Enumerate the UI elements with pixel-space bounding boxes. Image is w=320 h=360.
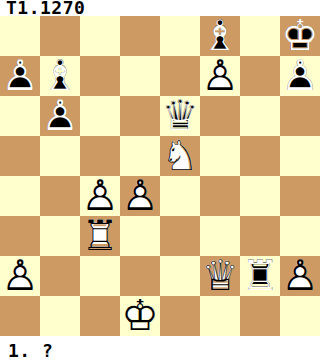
piece-fill-glyph: ♜ xyxy=(81,216,119,256)
piece-fill-glyph: ♟ xyxy=(201,56,239,96)
piece-fill-glyph: ♞ xyxy=(161,136,199,176)
square-a7[interactable]: ♟♙ xyxy=(0,56,40,96)
piece-white-pawn[interactable]: ♟♙ xyxy=(280,256,320,296)
square-g6[interactable] xyxy=(240,96,280,136)
piece-outline-glyph: ♕ xyxy=(161,96,199,136)
piece-fill-glyph: ♜ xyxy=(241,256,279,296)
square-f8[interactable]: ♝♗ xyxy=(200,16,240,56)
square-d8[interactable] xyxy=(120,16,160,56)
chess-board: ♝♗♚♔♟♙♝♗♟♙♟♙♟♙♛♕♞♘♟♙♟♙♜♖♟♙♛♕♜♖♟♙♚♔ xyxy=(0,16,320,336)
piece-outline-glyph: ♙ xyxy=(1,256,39,296)
square-b7[interactable]: ♝♗ xyxy=(40,56,80,96)
piece-white-pawn[interactable]: ♟♙ xyxy=(80,176,120,216)
piece-white-rook[interactable]: ♜♖ xyxy=(80,216,120,256)
piece-fill-glyph: ♝ xyxy=(41,56,79,96)
square-d6[interactable] xyxy=(120,96,160,136)
square-a3[interactable] xyxy=(0,216,40,256)
square-b2[interactable] xyxy=(40,256,80,296)
piece-outline-glyph: ♔ xyxy=(281,16,319,56)
piece-outline-glyph: ♙ xyxy=(81,176,119,216)
piece-outline-glyph: ♙ xyxy=(281,56,319,96)
square-d3[interactable] xyxy=(120,216,160,256)
square-a6[interactable] xyxy=(0,96,40,136)
square-h5[interactable] xyxy=(280,136,320,176)
square-h4[interactable] xyxy=(280,176,320,216)
square-d2[interactable] xyxy=(120,256,160,296)
square-c4[interactable]: ♟♙ xyxy=(80,176,120,216)
square-f4[interactable] xyxy=(200,176,240,216)
piece-fill-glyph: ♚ xyxy=(281,16,319,56)
piece-fill-glyph: ♟ xyxy=(281,256,319,296)
piece-outline-glyph: ♙ xyxy=(121,176,159,216)
square-b3[interactable] xyxy=(40,216,80,256)
square-e2[interactable] xyxy=(160,256,200,296)
square-b4[interactable] xyxy=(40,176,80,216)
square-h6[interactable] xyxy=(280,96,320,136)
piece-fill-glyph: ♟ xyxy=(81,176,119,216)
square-b6[interactable]: ♟♙ xyxy=(40,96,80,136)
piece-outline-glyph: ♕ xyxy=(201,256,239,296)
piece-black-rook[interactable]: ♜♖ xyxy=(240,256,280,296)
square-g7[interactable] xyxy=(240,56,280,96)
piece-fill-glyph: ♛ xyxy=(161,96,199,136)
square-a8[interactable] xyxy=(0,16,40,56)
piece-white-pawn[interactable]: ♟♙ xyxy=(0,256,40,296)
square-g3[interactable] xyxy=(240,216,280,256)
piece-black-pawn[interactable]: ♟♙ xyxy=(40,96,80,136)
square-g1[interactable] xyxy=(240,296,280,336)
piece-outline-glyph: ♙ xyxy=(1,56,39,96)
square-h8[interactable]: ♚♔ xyxy=(280,16,320,56)
square-g4[interactable] xyxy=(240,176,280,216)
piece-fill-glyph: ♟ xyxy=(1,256,39,296)
square-e1[interactable] xyxy=(160,296,200,336)
square-g2[interactable]: ♜♖ xyxy=(240,256,280,296)
square-b5[interactable] xyxy=(40,136,80,176)
piece-black-queen[interactable]: ♛♕ xyxy=(160,96,200,136)
square-c6[interactable] xyxy=(80,96,120,136)
square-c7[interactable] xyxy=(80,56,120,96)
piece-black-king[interactable]: ♚♔ xyxy=(280,16,320,56)
square-g5[interactable] xyxy=(240,136,280,176)
square-f3[interactable] xyxy=(200,216,240,256)
square-f2[interactable]: ♛♕ xyxy=(200,256,240,296)
square-f7[interactable]: ♟♙ xyxy=(200,56,240,96)
piece-fill-glyph: ♛ xyxy=(201,256,239,296)
square-g8[interactable] xyxy=(240,16,280,56)
square-f1[interactable] xyxy=(200,296,240,336)
square-c3[interactable]: ♜♖ xyxy=(80,216,120,256)
square-d1[interactable]: ♚♔ xyxy=(120,296,160,336)
piece-black-bishop[interactable]: ♝♗ xyxy=(200,16,240,56)
square-e6[interactable]: ♛♕ xyxy=(160,96,200,136)
piece-outline-glyph: ♔ xyxy=(121,296,159,336)
chess-puzzle-page: T1.1270 ♝♗♚♔♟♙♝♗♟♙♟♙♟♙♛♕♞♘♟♙♟♙♜♖♟♙♛♕♜♖♟♙… xyxy=(0,0,320,360)
piece-fill-glyph: ♟ xyxy=(281,56,319,96)
piece-white-knight[interactable]: ♞♘ xyxy=(160,136,200,176)
square-f6[interactable] xyxy=(200,96,240,136)
piece-white-king[interactable]: ♚♔ xyxy=(120,296,160,336)
piece-black-pawn[interactable]: ♟♙ xyxy=(280,56,320,96)
piece-white-pawn[interactable]: ♟♙ xyxy=(120,176,160,216)
piece-outline-glyph: ♗ xyxy=(201,16,239,56)
piece-outline-glyph: ♙ xyxy=(41,96,79,136)
square-e5[interactable]: ♞♘ xyxy=(160,136,200,176)
square-a1[interactable] xyxy=(0,296,40,336)
piece-outline-glyph: ♙ xyxy=(281,256,319,296)
square-a2[interactable]: ♟♙ xyxy=(0,256,40,296)
piece-fill-glyph: ♟ xyxy=(41,96,79,136)
square-c5[interactable] xyxy=(80,136,120,176)
square-d4[interactable]: ♟♙ xyxy=(120,176,160,216)
piece-fill-glyph: ♟ xyxy=(121,176,159,216)
square-e4[interactable] xyxy=(160,176,200,216)
square-h7[interactable]: ♟♙ xyxy=(280,56,320,96)
piece-black-pawn[interactable]: ♟♙ xyxy=(0,56,40,96)
square-c8[interactable] xyxy=(80,16,120,56)
move-prompt: 1. ? xyxy=(0,336,320,360)
square-c1[interactable] xyxy=(80,296,120,336)
square-c2[interactable] xyxy=(80,256,120,296)
piece-fill-glyph: ♟ xyxy=(1,56,39,96)
square-a5[interactable] xyxy=(0,136,40,176)
square-a4[interactable] xyxy=(0,176,40,216)
square-h2[interactable]: ♟♙ xyxy=(280,256,320,296)
square-d5[interactable] xyxy=(120,136,160,176)
puzzle-id: T1.1270 xyxy=(0,0,320,16)
square-f5[interactable] xyxy=(200,136,240,176)
piece-fill-glyph: ♝ xyxy=(201,16,239,56)
square-d7[interactable] xyxy=(120,56,160,96)
square-h3[interactable] xyxy=(280,216,320,256)
piece-outline-glyph: ♖ xyxy=(241,256,279,296)
square-h1[interactable] xyxy=(280,296,320,336)
square-b8[interactable] xyxy=(40,16,80,56)
piece-white-pawn[interactable]: ♟♙ xyxy=(200,56,240,96)
square-e8[interactable] xyxy=(160,16,200,56)
piece-outline-glyph: ♙ xyxy=(201,56,239,96)
piece-outline-glyph: ♖ xyxy=(81,216,119,256)
piece-black-bishop[interactable]: ♝♗ xyxy=(40,56,80,96)
piece-white-queen[interactable]: ♛♕ xyxy=(200,256,240,296)
piece-fill-glyph: ♚ xyxy=(121,296,159,336)
square-e7[interactable] xyxy=(160,56,200,96)
piece-outline-glyph: ♗ xyxy=(41,56,79,96)
square-b1[interactable] xyxy=(40,296,80,336)
piece-outline-glyph: ♘ xyxy=(161,136,199,176)
square-e3[interactable] xyxy=(160,216,200,256)
